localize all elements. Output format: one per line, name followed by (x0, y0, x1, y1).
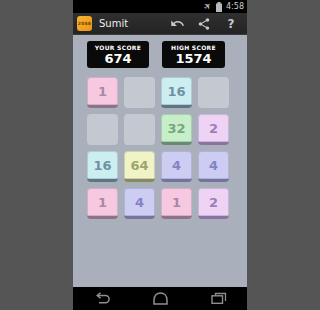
airplane-mode-icon: ✈ (202, 1, 214, 13)
tile-2: 2 (198, 114, 229, 145)
empty-cell (124, 114, 155, 145)
app-logo-2048-icon: 2048 (77, 16, 92, 31)
tile-1: 1 (87, 188, 118, 219)
board-grid[interactable]: 1163221664441412 (87, 77, 229, 219)
tile-1: 1 (87, 77, 118, 108)
share-icon (197, 17, 211, 31)
tile-4: 4 (124, 188, 155, 219)
undo-button[interactable] (169, 16, 185, 32)
battery-icon (215, 1, 223, 13)
empty-cell (198, 77, 229, 108)
tile-2: 2 (198, 188, 229, 219)
high-score-value: 1574 (175, 52, 211, 66)
help-icon: ? (228, 16, 235, 32)
app-title: Sumit (99, 18, 158, 29)
back-button[interactable] (73, 287, 131, 310)
undo-icon (170, 16, 185, 31)
home-icon (152, 292, 169, 305)
home-button[interactable] (131, 287, 189, 310)
tile-1: 1 (161, 188, 192, 219)
app-bar: 2048 Sumit ? (73, 13, 247, 35)
status-clock: 4:58 (226, 0, 244, 13)
tile-16: 16 (87, 151, 118, 182)
tile-64: 64 (124, 151, 155, 182)
your-score-value: 674 (104, 52, 131, 66)
your-score-box: YOUR SCORE 674 (87, 41, 149, 68)
empty-cell (87, 114, 118, 145)
share-button[interactable] (196, 16, 212, 32)
recents-button[interactable] (189, 287, 247, 310)
status-bar: ✈ 4:58 (73, 0, 247, 13)
tile-4: 4 (161, 151, 192, 182)
recents-icon (210, 292, 227, 305)
tile-16: 16 (161, 77, 192, 108)
tile-32: 32 (161, 114, 192, 145)
help-button[interactable]: ? (223, 16, 239, 32)
empty-cell (124, 77, 155, 108)
tile-4: 4 (198, 151, 229, 182)
phone-screen: ✈ 4:58 2048 Sumit ? YOUR SCORE 674 HIGH … (73, 0, 247, 310)
android-nav-bar (73, 287, 247, 310)
back-icon (94, 292, 111, 305)
high-score-box: HIGH SCORE 1574 (162, 41, 225, 68)
